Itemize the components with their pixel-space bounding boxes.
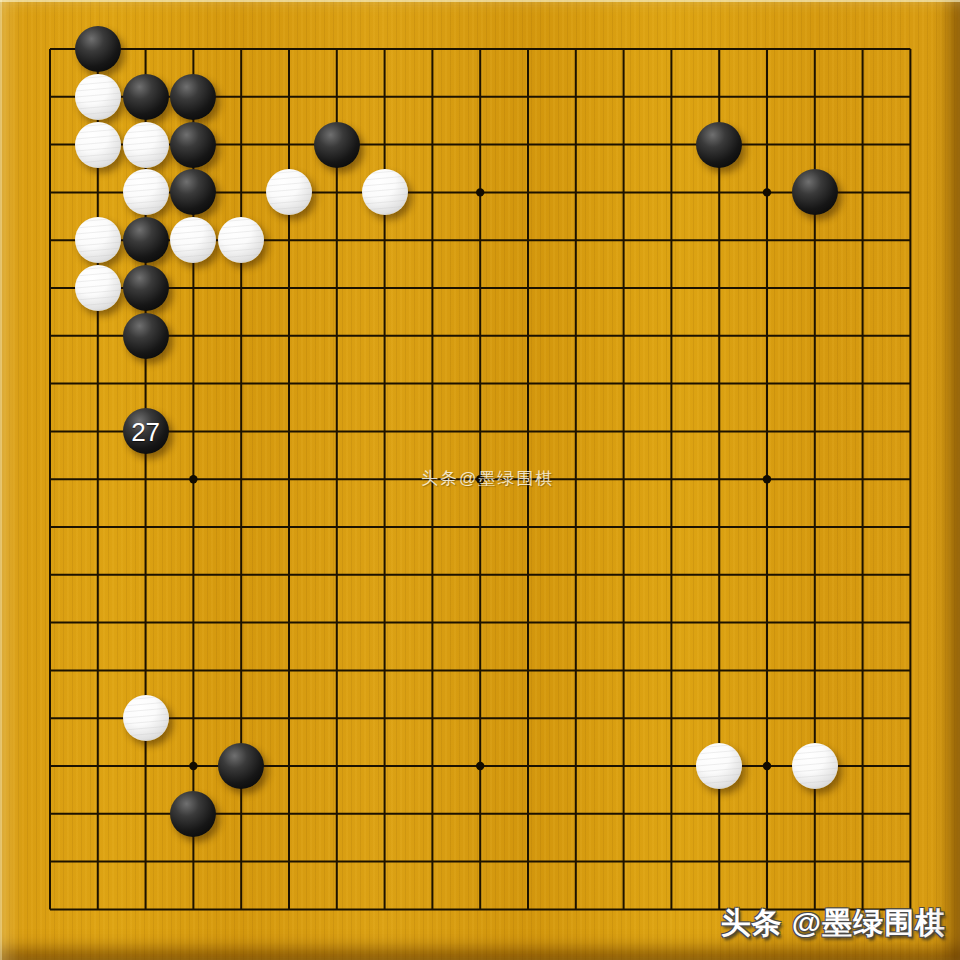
white-stone: [792, 743, 838, 789]
white-stone: [75, 122, 121, 168]
star-point: [189, 475, 197, 483]
star-point: [189, 762, 197, 770]
black-stone: [170, 74, 216, 120]
black-stone: [123, 217, 169, 263]
go-board: 27 头条@墨绿围棋 头条@墨绿围棋: [0, 0, 960, 960]
black-stone: [75, 26, 121, 72]
star-point: [763, 762, 771, 770]
star-point: [476, 188, 484, 196]
white-stone: [75, 265, 121, 311]
white-stone: [123, 169, 169, 215]
black-stone: [123, 313, 169, 359]
screenshot-stage: 27 头条@墨绿围棋 头条@墨绿围棋: [0, 0, 960, 960]
white-stone: [75, 74, 121, 120]
black-stone: [170, 791, 216, 837]
star-point: [476, 762, 484, 770]
white-stone: [123, 695, 169, 741]
black-stone: [792, 169, 838, 215]
black-stone: [123, 74, 169, 120]
star-point: [763, 475, 771, 483]
white-stone: [362, 169, 408, 215]
white-stone: [123, 122, 169, 168]
black-stone: [123, 265, 169, 311]
watermark-center: 头条@墨绿围棋: [421, 467, 554, 490]
watermark-bottom-right: 头条@墨绿围棋: [721, 903, 946, 944]
watermark-handle: @墨绿围棋: [792, 906, 946, 939]
black-stone-move-27: 27: [123, 408, 169, 454]
black-stone: [218, 743, 264, 789]
white-stone: [696, 743, 742, 789]
star-point: [763, 188, 771, 196]
black-stone: [170, 122, 216, 168]
watermark-brand: 头条: [721, 906, 783, 939]
black-stone: [696, 122, 742, 168]
move-number-label: 27: [131, 418, 160, 445]
black-stone: [314, 122, 360, 168]
white-stone: [75, 217, 121, 263]
